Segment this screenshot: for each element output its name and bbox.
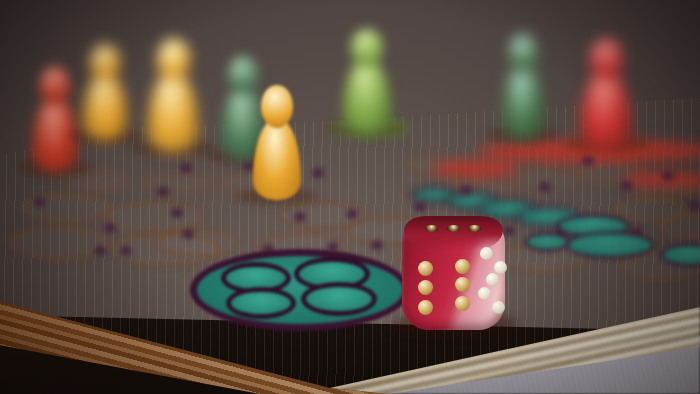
vignette [0,0,700,394]
ludo-photo-scene [0,0,700,394]
